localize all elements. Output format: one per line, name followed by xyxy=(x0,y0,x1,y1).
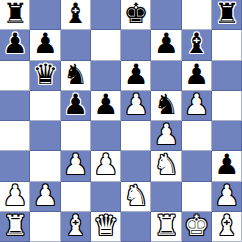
square-e2[interactable]: ♞ xyxy=(121,182,151,212)
square-g3[interactable] xyxy=(182,151,212,181)
square-d2[interactable] xyxy=(91,182,121,212)
square-c7[interactable] xyxy=(61,30,91,60)
black-pawn: ♟ xyxy=(214,151,239,179)
square-f3[interactable]: ♞ xyxy=(151,151,181,181)
black-pawn: ♟ xyxy=(154,30,179,58)
square-g2[interactable] xyxy=(182,182,212,212)
square-e5[interactable]: ♟ xyxy=(121,91,151,121)
square-d1[interactable]: ♛ xyxy=(91,212,121,242)
square-c5[interactable]: ♟ xyxy=(61,91,91,121)
white-pawn: ♟ xyxy=(93,151,118,179)
square-f5[interactable]: ♞ xyxy=(151,91,181,121)
square-h5[interactable] xyxy=(212,91,242,121)
square-a3[interactable] xyxy=(0,151,30,181)
white-knight: ♞ xyxy=(124,182,149,210)
black-pawn: ♟ xyxy=(93,91,118,119)
square-b7[interactable]: ♟ xyxy=(30,30,60,60)
square-b8[interactable] xyxy=(30,0,60,30)
white-pawn: ♟ xyxy=(184,91,209,119)
black-queen: ♛ xyxy=(33,61,58,89)
square-d7[interactable] xyxy=(91,30,121,60)
square-f6[interactable] xyxy=(151,61,181,91)
square-c2[interactable] xyxy=(61,182,91,212)
black-pawn: ♟ xyxy=(3,30,28,58)
white-bishop: ♝ xyxy=(63,212,88,240)
white-rook: ♜ xyxy=(154,212,179,240)
square-f7[interactable]: ♟ xyxy=(151,30,181,60)
white-pawn: ♟ xyxy=(3,182,28,210)
black-knight: ♞ xyxy=(154,91,179,119)
square-b5[interactable] xyxy=(30,91,60,121)
square-g5[interactable]: ♟ xyxy=(182,91,212,121)
white-pawn: ♟ xyxy=(33,182,58,210)
square-f1[interactable]: ♜ xyxy=(151,212,181,242)
square-d3[interactable]: ♟ xyxy=(91,151,121,181)
white-rook: ♜ xyxy=(3,212,28,240)
square-a4[interactable] xyxy=(0,121,30,151)
square-h1[interactable]: ♝ xyxy=(212,212,242,242)
chess-board: ♜♝♚♜♟♟♟♝♛♞♟♟♟♟♟♞♟♟♟♟♞♟♟♟♞♟♜♝♛♜♚♝ xyxy=(0,0,242,242)
square-e1[interactable] xyxy=(121,212,151,242)
black-pawn: ♟ xyxy=(184,61,209,89)
square-g6[interactable]: ♟ xyxy=(182,61,212,91)
square-h2[interactable]: ♟ xyxy=(212,182,242,212)
square-c6[interactable]: ♞ xyxy=(61,61,91,91)
square-f2[interactable] xyxy=(151,182,181,212)
black-pawn: ♟ xyxy=(33,30,58,58)
square-a8[interactable]: ♜ xyxy=(0,0,30,30)
square-c4[interactable] xyxy=(61,121,91,151)
square-a1[interactable]: ♜ xyxy=(0,212,30,242)
square-h6[interactable] xyxy=(212,61,242,91)
square-e4[interactable] xyxy=(121,121,151,151)
white-pawn: ♟ xyxy=(124,91,149,119)
white-king: ♚ xyxy=(184,212,209,240)
square-h3[interactable]: ♟ xyxy=(212,151,242,181)
white-pawn: ♟ xyxy=(154,121,179,149)
square-a6[interactable] xyxy=(0,61,30,91)
square-g4[interactable] xyxy=(182,121,212,151)
square-f8[interactable] xyxy=(151,0,181,30)
square-g1[interactable]: ♚ xyxy=(182,212,212,242)
square-e3[interactable] xyxy=(121,151,151,181)
black-bishop: ♝ xyxy=(184,30,209,58)
square-e8[interactable]: ♚ xyxy=(121,0,151,30)
square-a7[interactable]: ♟ xyxy=(0,30,30,60)
square-g7[interactable]: ♝ xyxy=(182,30,212,60)
square-c8[interactable]: ♝ xyxy=(61,0,91,30)
square-d8[interactable] xyxy=(91,0,121,30)
square-h8[interactable]: ♜ xyxy=(212,0,242,30)
square-a2[interactable]: ♟ xyxy=(0,182,30,212)
square-b3[interactable] xyxy=(30,151,60,181)
square-h7[interactable] xyxy=(212,30,242,60)
white-pawn: ♟ xyxy=(214,182,239,210)
square-e6[interactable]: ♟ xyxy=(121,61,151,91)
square-d5[interactable]: ♟ xyxy=(91,91,121,121)
black-king: ♚ xyxy=(124,0,149,28)
black-pawn: ♟ xyxy=(63,91,88,119)
white-knight: ♞ xyxy=(154,151,179,179)
black-rook: ♜ xyxy=(3,0,28,28)
square-d6[interactable] xyxy=(91,61,121,91)
square-c1[interactable]: ♝ xyxy=(61,212,91,242)
white-bishop: ♝ xyxy=(214,212,239,240)
square-b1[interactable] xyxy=(30,212,60,242)
white-pawn: ♟ xyxy=(63,151,88,179)
square-b6[interactable]: ♛ xyxy=(30,61,60,91)
black-rook: ♜ xyxy=(214,0,239,28)
black-bishop: ♝ xyxy=(63,0,88,28)
square-f4[interactable]: ♟ xyxy=(151,121,181,151)
square-c3[interactable]: ♟ xyxy=(61,151,91,181)
black-knight: ♞ xyxy=(63,61,88,89)
white-queen: ♛ xyxy=(93,212,118,240)
square-a5[interactable] xyxy=(0,91,30,121)
square-b2[interactable]: ♟ xyxy=(30,182,60,212)
square-b4[interactable] xyxy=(30,121,60,151)
black-pawn: ♟ xyxy=(124,61,149,89)
square-d4[interactable] xyxy=(91,121,121,151)
square-g8[interactable] xyxy=(182,0,212,30)
square-h4[interactable] xyxy=(212,121,242,151)
square-e7[interactable] xyxy=(121,30,151,60)
